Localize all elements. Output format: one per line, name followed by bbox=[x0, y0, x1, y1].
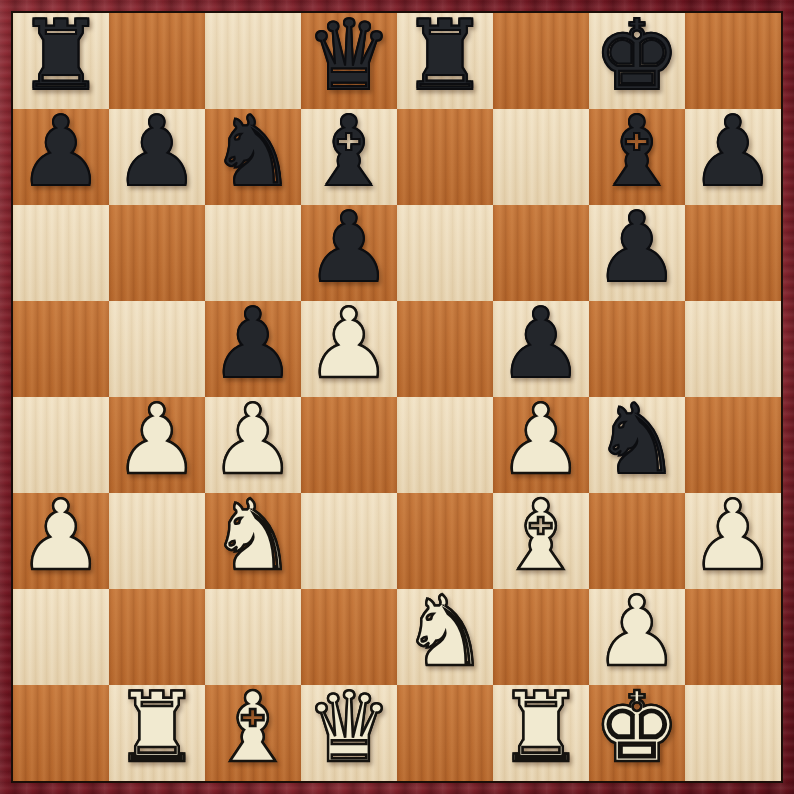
piece-white-pawn-g2[interactable]: ♟ bbox=[594, 584, 681, 680]
square-c7[interactable]: ♞ bbox=[205, 109, 301, 205]
square-c1[interactable]: ♝ bbox=[205, 685, 301, 781]
piece-white-pawn-c4[interactable]: ♟ bbox=[210, 392, 297, 488]
square-b6[interactable] bbox=[109, 205, 205, 301]
piece-black-pawn-c5[interactable]: ♟ bbox=[210, 296, 297, 392]
square-h3[interactable]: ♟ bbox=[685, 493, 781, 589]
square-a2[interactable] bbox=[13, 589, 109, 685]
piece-white-pawn-b4[interactable]: ♟ bbox=[114, 392, 201, 488]
square-b7[interactable]: ♟ bbox=[109, 109, 205, 205]
piece-white-rook-f1[interactable]: ♜ bbox=[498, 680, 585, 776]
square-d1[interactable]: ♛ bbox=[301, 685, 397, 781]
piece-white-knight-c3[interactable]: ♞ bbox=[210, 488, 297, 584]
piece-white-king-g1[interactable]: ♚ bbox=[594, 680, 681, 776]
square-d5[interactable]: ♟ bbox=[301, 301, 397, 397]
square-e8[interactable]: ♜ bbox=[397, 13, 493, 109]
piece-white-queen-d1[interactable]: ♛ bbox=[306, 680, 393, 776]
square-h1[interactable] bbox=[685, 685, 781, 781]
piece-white-pawn-a3[interactable]: ♟ bbox=[18, 488, 105, 584]
square-a3[interactable]: ♟ bbox=[13, 493, 109, 589]
square-e1[interactable] bbox=[397, 685, 493, 781]
piece-black-bishop-d7[interactable]: ♝ bbox=[306, 104, 393, 200]
square-h2[interactable] bbox=[685, 589, 781, 685]
square-f3[interactable]: ♝ bbox=[493, 493, 589, 589]
square-f8[interactable] bbox=[493, 13, 589, 109]
square-c3[interactable]: ♞ bbox=[205, 493, 301, 589]
piece-black-knight-c7[interactable]: ♞ bbox=[210, 104, 297, 200]
square-e7[interactable] bbox=[397, 109, 493, 205]
square-a6[interactable] bbox=[13, 205, 109, 301]
piece-black-rook-e8[interactable]: ♜ bbox=[402, 8, 489, 104]
square-d4[interactable] bbox=[301, 397, 397, 493]
piece-black-knight-g4[interactable]: ♞ bbox=[594, 392, 681, 488]
square-g4[interactable]: ♞ bbox=[589, 397, 685, 493]
piece-white-pawn-d5[interactable]: ♟ bbox=[306, 296, 393, 392]
piece-black-pawn-b7[interactable]: ♟ bbox=[114, 104, 201, 200]
square-h6[interactable] bbox=[685, 205, 781, 301]
square-e2[interactable]: ♞ bbox=[397, 589, 493, 685]
piece-black-queen-d8[interactable]: ♛ bbox=[306, 8, 393, 104]
square-a7[interactable]: ♟ bbox=[13, 109, 109, 205]
piece-white-bishop-f3[interactable]: ♝ bbox=[498, 488, 585, 584]
square-h5[interactable] bbox=[685, 301, 781, 397]
square-f1[interactable]: ♜ bbox=[493, 685, 589, 781]
piece-white-knight-e2[interactable]: ♞ bbox=[402, 584, 489, 680]
square-d3[interactable] bbox=[301, 493, 397, 589]
square-g6[interactable]: ♟ bbox=[589, 205, 685, 301]
piece-black-king-g8[interactable]: ♚ bbox=[594, 8, 681, 104]
square-a1[interactable] bbox=[13, 685, 109, 781]
piece-black-pawn-g6[interactable]: ♟ bbox=[594, 200, 681, 296]
square-b1[interactable]: ♜ bbox=[109, 685, 205, 781]
square-e5[interactable] bbox=[397, 301, 493, 397]
piece-white-bishop-c1[interactable]: ♝ bbox=[210, 680, 297, 776]
piece-white-pawn-h3[interactable]: ♟ bbox=[690, 488, 777, 584]
square-e6[interactable] bbox=[397, 205, 493, 301]
square-a5[interactable] bbox=[13, 301, 109, 397]
piece-black-pawn-d6[interactable]: ♟ bbox=[306, 200, 393, 296]
piece-white-rook-b1[interactable]: ♜ bbox=[114, 680, 201, 776]
square-h7[interactable]: ♟ bbox=[685, 109, 781, 205]
piece-black-pawn-a7[interactable]: ♟ bbox=[18, 104, 105, 200]
board-frame: ♜♛♜♚♟♟♞♝♝♟♟♟♟♟♟♟♟♟♞♟♞♝♟♞♟♜♝♛♜♚ bbox=[0, 0, 794, 794]
square-b3[interactable] bbox=[109, 493, 205, 589]
chess-board: ♜♛♜♚♟♟♞♝♝♟♟♟♟♟♟♟♟♟♞♟♞♝♟♞♟♜♝♛♜♚ bbox=[13, 13, 781, 781]
piece-black-pawn-h7[interactable]: ♟ bbox=[690, 104, 777, 200]
piece-black-rook-a8[interactable]: ♜ bbox=[18, 8, 105, 104]
square-g1[interactable]: ♚ bbox=[589, 685, 685, 781]
piece-black-pawn-f5[interactable]: ♟ bbox=[498, 296, 585, 392]
piece-black-bishop-g7[interactable]: ♝ bbox=[594, 104, 681, 200]
square-b4[interactable]: ♟ bbox=[109, 397, 205, 493]
square-e4[interactable] bbox=[397, 397, 493, 493]
piece-white-pawn-f4[interactable]: ♟ bbox=[498, 392, 585, 488]
square-f7[interactable] bbox=[493, 109, 589, 205]
